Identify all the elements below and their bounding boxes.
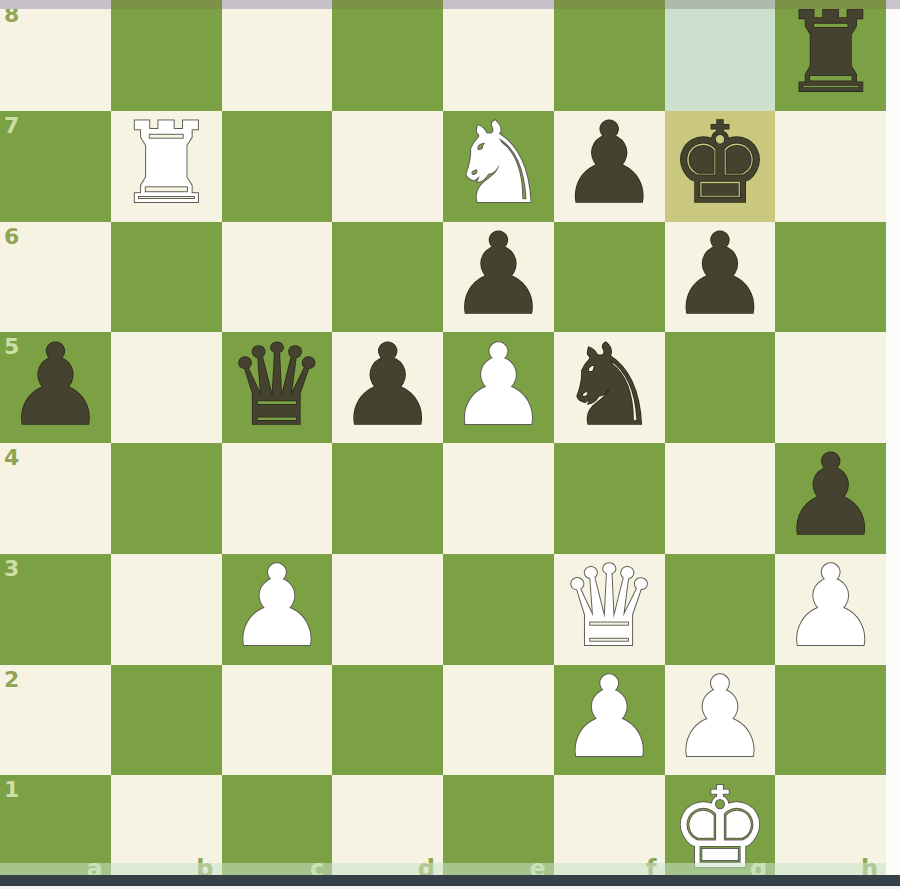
black-king-g7[interactable]: ♚ <box>665 111 776 222</box>
square-a7[interactable]: 7 <box>0 111 111 222</box>
square-f3[interactable]: ♛ <box>554 554 665 665</box>
square-c3[interactable]: ♟ <box>222 554 333 665</box>
top-strip-seg-c <box>222 0 333 9</box>
square-b4[interactable] <box>111 443 222 554</box>
square-f4[interactable] <box>554 443 665 554</box>
square-e7[interactable]: ♞ <box>443 111 554 222</box>
white-pawn-g2[interactable]: ♟ <box>665 665 776 776</box>
square-g8[interactable] <box>665 0 776 111</box>
top-strip-seg-g <box>665 0 776 9</box>
top-strip-seg-f <box>554 0 665 9</box>
square-d5[interactable]: ♟ <box>332 332 443 443</box>
square-b8[interactable] <box>111 0 222 111</box>
square-c7[interactable] <box>222 111 333 222</box>
square-a6[interactable]: 6 <box>0 222 111 333</box>
square-d6[interactable] <box>332 222 443 333</box>
black-pawn-g6[interactable]: ♟ <box>665 222 776 333</box>
square-f8[interactable] <box>554 0 665 111</box>
square-g3[interactable] <box>665 554 776 665</box>
square-g5[interactable] <box>665 332 776 443</box>
rank-label-3: 3 <box>4 558 19 580</box>
top-edge-strip <box>0 0 900 9</box>
rank-label-2: 2 <box>4 669 19 691</box>
square-h2[interactable] <box>775 665 886 776</box>
white-rook-b7[interactable]: ♜ <box>111 111 222 222</box>
square-a3[interactable]: 3 <box>0 554 111 665</box>
square-b5[interactable] <box>111 332 222 443</box>
square-g7[interactable]: ♚ <box>665 111 776 222</box>
black-pawn-e6[interactable]: ♟ <box>443 222 554 333</box>
top-strip-seg-b <box>111 0 222 9</box>
top-strip-seg-e <box>443 0 554 9</box>
square-h5[interactable] <box>775 332 886 443</box>
square-d8[interactable] <box>332 0 443 111</box>
rank-label-1: 1 <box>4 779 19 801</box>
square-c5[interactable]: ♛ <box>222 332 333 443</box>
black-rook-h8[interactable]: ♜ <box>775 0 886 111</box>
white-knight-e7[interactable]: ♞ <box>443 111 554 222</box>
square-d4[interactable] <box>332 443 443 554</box>
square-e8[interactable] <box>443 0 554 111</box>
square-h6[interactable] <box>775 222 886 333</box>
white-queen-f3[interactable]: ♛ <box>554 554 665 665</box>
square-e5[interactable]: ♟ <box>443 332 554 443</box>
square-h3[interactable]: ♟ <box>775 554 886 665</box>
square-f7[interactable]: ♟ <box>554 111 665 222</box>
square-g4[interactable] <box>665 443 776 554</box>
square-b3[interactable] <box>111 554 222 665</box>
rank-label-6: 6 <box>4 226 19 248</box>
square-a2[interactable]: 2 <box>0 665 111 776</box>
bottom-highlight-band <box>0 863 886 875</box>
square-g6[interactable]: ♟ <box>665 222 776 333</box>
square-b2[interactable] <box>111 665 222 776</box>
square-c6[interactable] <box>222 222 333 333</box>
top-strip-seg-right <box>886 0 900 9</box>
chess-app-window: 8♜7♜♞♟♚6♟♟5♟♛♟♟♞4♟3♟♛♟2♟♟1abcdefg♚h <box>0 0 900 889</box>
right-edge-strip <box>886 0 900 889</box>
white-pawn-c3[interactable]: ♟ <box>222 554 333 665</box>
rank-label-4: 4 <box>4 447 19 469</box>
square-g2[interactable]: ♟ <box>665 665 776 776</box>
white-pawn-f2[interactable]: ♟ <box>554 665 665 776</box>
rank-label-7: 7 <box>4 115 19 137</box>
top-strip-seg-h <box>775 0 886 9</box>
square-f2[interactable]: ♟ <box>554 665 665 776</box>
square-a8[interactable]: 8 <box>0 0 111 111</box>
top-strip-seg-a <box>0 0 111 9</box>
square-b6[interactable] <box>111 222 222 333</box>
square-a5[interactable]: 5♟ <box>0 332 111 443</box>
black-pawn-f7[interactable]: ♟ <box>554 111 665 222</box>
black-knight-f5[interactable]: ♞ <box>554 332 665 443</box>
square-a4[interactable]: 4 <box>0 443 111 554</box>
square-d7[interactable] <box>332 111 443 222</box>
square-f5[interactable]: ♞ <box>554 332 665 443</box>
square-h8[interactable]: ♜ <box>775 0 886 111</box>
chess-board[interactable]: 8♜7♜♞♟♚6♟♟5♟♛♟♟♞4♟3♟♛♟2♟♟1abcdefg♚h <box>0 0 886 886</box>
white-pawn-e5[interactable]: ♟ <box>443 332 554 443</box>
square-h4[interactable]: ♟ <box>775 443 886 554</box>
top-strip-seg-d <box>332 0 443 9</box>
bottom-dark-bar <box>0 875 900 886</box>
square-e2[interactable] <box>443 665 554 776</box>
square-d2[interactable] <box>332 665 443 776</box>
black-pawn-a5[interactable]: ♟ <box>0 332 111 443</box>
square-c2[interactable] <box>222 665 333 776</box>
square-e4[interactable] <box>443 443 554 554</box>
square-b7[interactable]: ♜ <box>111 111 222 222</box>
black-pawn-h4[interactable]: ♟ <box>775 443 886 554</box>
black-queen-c5[interactable]: ♛ <box>222 332 333 443</box>
square-d3[interactable] <box>332 554 443 665</box>
white-pawn-h3[interactable]: ♟ <box>775 554 886 665</box>
black-pawn-d5[interactable]: ♟ <box>332 332 443 443</box>
square-c4[interactable] <box>222 443 333 554</box>
square-e3[interactable] <box>443 554 554 665</box>
square-h7[interactable] <box>775 111 886 222</box>
square-f6[interactable] <box>554 222 665 333</box>
square-e6[interactable]: ♟ <box>443 222 554 333</box>
square-c8[interactable] <box>222 0 333 111</box>
